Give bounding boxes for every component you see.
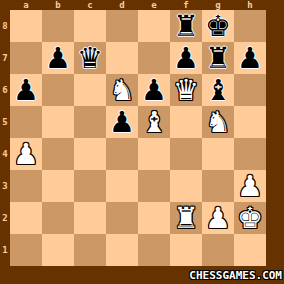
- square-g3: [202, 170, 234, 202]
- square-b5: [42, 106, 74, 138]
- square-b8: [42, 10, 74, 42]
- square-a6: ♟: [10, 74, 42, 106]
- rank-label-5: 5: [0, 106, 10, 138]
- chess-board-frame: abcdefgh 87654321 ♜♚♟♛♟♜♟♟♞♟♛♝♟♝♞♟♟♜♟♚ C…: [0, 0, 284, 284]
- piece-black-king-g8: ♚: [205, 10, 231, 42]
- square-a1: [10, 234, 42, 266]
- square-h1: [234, 234, 266, 266]
- piece-black-rook-g7: ♜: [205, 42, 231, 74]
- square-h5: [234, 106, 266, 138]
- square-d2: [106, 202, 138, 234]
- rank-label-8: 8: [0, 10, 10, 42]
- square-h6: [234, 74, 266, 106]
- square-f1: [170, 234, 202, 266]
- piece-black-pawn-h7: ♟: [237, 42, 263, 74]
- square-g1: [202, 234, 234, 266]
- square-b2: [42, 202, 74, 234]
- square-c4: [74, 138, 106, 170]
- square-h8: [234, 10, 266, 42]
- piece-white-bishop-e5: ♝: [141, 106, 167, 138]
- piece-white-queen-f6: ♛: [173, 74, 199, 106]
- piece-white-king-h2: ♚: [237, 202, 263, 234]
- file-label-h: h: [234, 0, 266, 10]
- rank-label-3: 3: [0, 170, 10, 202]
- square-d1: [106, 234, 138, 266]
- square-e7: [138, 42, 170, 74]
- square-a5: [10, 106, 42, 138]
- rank-label-4: 4: [0, 138, 10, 170]
- chess-board: ♜♚♟♛♟♜♟♟♞♟♛♝♟♝♞♟♟♜♟♚: [10, 10, 266, 266]
- square-f5: [170, 106, 202, 138]
- piece-black-pawn-b7: ♟: [45, 42, 71, 74]
- square-b7: ♟: [42, 42, 74, 74]
- square-e4: [138, 138, 170, 170]
- square-f4: [170, 138, 202, 170]
- piece-black-pawn-d5: ♟: [109, 106, 135, 138]
- square-h7: ♟: [234, 42, 266, 74]
- square-c8: [74, 10, 106, 42]
- square-f2: ♜: [170, 202, 202, 234]
- piece-white-pawn-a4: ♟: [13, 138, 39, 170]
- square-g4: [202, 138, 234, 170]
- piece-white-rook-f2: ♜: [173, 202, 199, 234]
- square-f7: ♟: [170, 42, 202, 74]
- square-f3: [170, 170, 202, 202]
- square-h2: ♚: [234, 202, 266, 234]
- square-c7: ♛: [74, 42, 106, 74]
- piece-black-bishop-g6: ♝: [205, 74, 231, 106]
- square-a7: [10, 42, 42, 74]
- piece-white-knight-g5: ♞: [205, 106, 231, 138]
- square-h3: ♟: [234, 170, 266, 202]
- square-e1: [138, 234, 170, 266]
- square-d8: [106, 10, 138, 42]
- square-h4: [234, 138, 266, 170]
- file-label-e: e: [138, 0, 170, 10]
- piece-black-queen-c7: ♛: [77, 42, 103, 74]
- square-g6: ♝: [202, 74, 234, 106]
- square-g8: ♚: [202, 10, 234, 42]
- rank-labels: 87654321: [0, 10, 10, 266]
- square-d7: [106, 42, 138, 74]
- chessgames-watermark: CHESSGAMES.COM: [189, 269, 282, 282]
- square-b4: [42, 138, 74, 170]
- file-label-a: a: [10, 0, 42, 10]
- square-d6: ♞: [106, 74, 138, 106]
- square-b3: [42, 170, 74, 202]
- rank-label-2: 2: [0, 202, 10, 234]
- rank-label-7: 7: [0, 42, 10, 74]
- square-c1: [74, 234, 106, 266]
- piece-white-pawn-g2: ♟: [205, 202, 231, 234]
- square-c5: [74, 106, 106, 138]
- piece-black-pawn-a6: ♟: [13, 74, 39, 106]
- square-e8: [138, 10, 170, 42]
- square-g2: ♟: [202, 202, 234, 234]
- square-c2: [74, 202, 106, 234]
- square-a2: [10, 202, 42, 234]
- piece-black-pawn-f7: ♟: [173, 42, 199, 74]
- square-a3: [10, 170, 42, 202]
- square-d3: [106, 170, 138, 202]
- file-label-b: b: [42, 0, 74, 10]
- square-e5: ♝: [138, 106, 170, 138]
- square-c3: [74, 170, 106, 202]
- square-b1: [42, 234, 74, 266]
- square-d5: ♟: [106, 106, 138, 138]
- square-f8: ♜: [170, 10, 202, 42]
- square-f6: ♛: [170, 74, 202, 106]
- file-label-c: c: [74, 0, 106, 10]
- rank-label-1: 1: [0, 234, 10, 266]
- piece-white-pawn-h3: ♟: [237, 170, 263, 202]
- square-g7: ♜: [202, 42, 234, 74]
- square-b6: [42, 74, 74, 106]
- square-e6: ♟: [138, 74, 170, 106]
- square-e2: [138, 202, 170, 234]
- square-g5: ♞: [202, 106, 234, 138]
- square-a8: [10, 10, 42, 42]
- square-a4: ♟: [10, 138, 42, 170]
- piece-black-pawn-e6: ♟: [141, 74, 167, 106]
- file-label-d: d: [106, 0, 138, 10]
- rank-label-6: 6: [0, 74, 10, 106]
- piece-black-rook-f8: ♜: [173, 10, 199, 42]
- square-c6: [74, 74, 106, 106]
- square-e3: [138, 170, 170, 202]
- piece-white-knight-d6: ♞: [109, 74, 135, 106]
- square-d4: [106, 138, 138, 170]
